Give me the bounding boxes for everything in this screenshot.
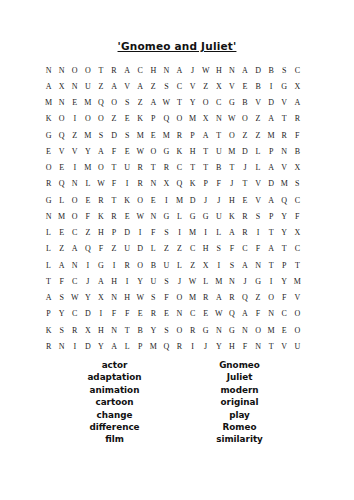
word-list-item: film (52, 433, 177, 445)
grid-cell-r1c17: D (252, 62, 265, 78)
grid-cell-r3c16: B (238, 95, 251, 111)
word-list-right-column: Gnomeo Juliet modern original play Romeo… (177, 359, 302, 446)
grid-cell-r12c16: C (238, 241, 251, 257)
grid-cell-r5c1: G (42, 127, 55, 143)
grid-cell-r7c16: J (238, 160, 251, 176)
grid-cell-r17c5: H (94, 322, 107, 338)
grid-cell-r11c17: I (252, 225, 265, 241)
grid-cell-r8c3: N (68, 176, 81, 192)
grid-cell-r18c20: U (291, 338, 304, 354)
grid-cell-r17c6: N (107, 322, 120, 338)
grid-cell-r6c18: P (265, 143, 278, 159)
grid-cell-r16c14: W (212, 306, 225, 322)
grid-cell-r4c6: Z (107, 111, 120, 127)
grid-cell-r15c3: W (68, 290, 81, 306)
grid-cell-r2c9: Z (147, 78, 160, 94)
grid-cell-r6c6: F (107, 143, 120, 159)
grid-cell-r18c14: Y (212, 338, 225, 354)
grid-cell-r12c7: U (121, 241, 134, 257)
word-list-item: adaptation (52, 371, 177, 383)
grid-cell-r10c11: L (173, 208, 186, 224)
grid-cell-r17c4: X (81, 322, 94, 338)
puzzle-title: 'Gnomeo and Juliet' (0, 40, 354, 52)
grid-cell-r16c4: D (81, 306, 94, 322)
grid-cell-r7c1: O (42, 160, 55, 176)
grid-cell-r16c11: N (173, 306, 186, 322)
grid-cell-r6c9: O (147, 143, 160, 159)
grid-cell-r16c2: Y (55, 306, 68, 322)
grid-cell-r11c9: F (147, 225, 160, 241)
grid-cell-r9c8: O (134, 192, 147, 208)
grid-cell-r1c10: N (160, 62, 173, 78)
grid-cell-r4c18: A (265, 111, 278, 127)
grid-cell-r1c3: O (68, 62, 81, 78)
grid-cell-r2c1: A (42, 78, 55, 94)
grid-cell-r11c5: H (94, 225, 107, 241)
grid-cell-r13c14: I (212, 257, 225, 273)
grid-cell-r15c19: F (278, 290, 291, 306)
grid-cell-r13c11: L (173, 257, 186, 273)
grid-cell-r6c7: E (121, 143, 134, 159)
grid-cell-r14c5: A (94, 273, 107, 289)
grid-cell-r8c11: Q (173, 176, 186, 192)
grid-cell-r1c9: H (147, 62, 160, 78)
grid-cell-r4c13: X (199, 111, 212, 127)
grid-cell-r18c11: R (173, 338, 186, 354)
grid-cell-r10c3: O (68, 208, 81, 224)
grid-cell-r7c8: R (134, 160, 147, 176)
grid-cell-r9c2: L (55, 192, 68, 208)
grid-cell-r1c7: A (121, 62, 134, 78)
grid-cell-r7c3: I (68, 160, 81, 176)
grid-cell-r10c13: G (199, 208, 212, 224)
grid-cell-r5c7: S (121, 127, 134, 143)
grid-cell-r14c17: G (252, 273, 265, 289)
grid-cell-r15c10: F (160, 290, 173, 306)
grid-cell-r13c17: N (252, 257, 265, 273)
grid-cell-r5c8: M (134, 127, 147, 143)
grid-cell-r14c6: H (107, 273, 120, 289)
grid-cell-r11c18: T (265, 225, 278, 241)
grid-cell-r14c18: I (265, 273, 278, 289)
grid-cell-r18c5: Y (94, 338, 107, 354)
grid-cell-r4c15: W (225, 111, 238, 127)
grid-cell-r9c10: I (160, 192, 173, 208)
grid-cell-r13c5: G (94, 257, 107, 273)
grid-cell-r18c12: I (186, 338, 199, 354)
grid-cell-r16c18: N (265, 306, 278, 322)
grid-cell-r18c8: P (134, 338, 147, 354)
grid-cell-r8c18: D (265, 176, 278, 192)
grid-cell-r10c20: F (291, 208, 304, 224)
grid-cell-r5c3: Z (68, 127, 81, 143)
grid-cell-r12c2: Z (55, 241, 68, 257)
grid-cell-r10c2: M (55, 208, 68, 224)
grid-cell-r8c12: K (186, 176, 199, 192)
grid-cell-r12c5: F (94, 241, 107, 257)
grid-cell-r18c7: L (121, 338, 134, 354)
grid-cell-r15c8: W (134, 290, 147, 306)
grid-cell-r6c17: L (252, 143, 265, 159)
grid-cell-r13c19: P (278, 257, 291, 273)
grid-cell-r18c10: Q (160, 338, 173, 354)
grid-cell-r9c15: H (225, 192, 238, 208)
grid-cell-r14c7: I (121, 273, 134, 289)
word-list-item: change (52, 409, 177, 421)
grid-cell-r11c20: X (291, 225, 304, 241)
grid-cell-r13c3: N (68, 257, 81, 273)
grid-cell-r1c20: C (291, 62, 304, 78)
grid-cell-r7c17: L (252, 160, 265, 176)
grid-cell-r16c3: C (68, 306, 81, 322)
grid-cell-r15c16: Q (238, 290, 251, 306)
grid-cell-r1c13: W (199, 62, 212, 78)
grid-cell-r10c18: P (265, 208, 278, 224)
grid-cell-r12c4: Q (81, 241, 94, 257)
grid-cell-r2c10: S (160, 78, 173, 94)
grid-cell-r2c6: A (107, 78, 120, 94)
grid-cell-r16c5: I (94, 306, 107, 322)
grid-cell-r9c6: T (107, 192, 120, 208)
grid-cell-r8c4: L (81, 176, 94, 192)
grid-cell-r15c2: S (55, 290, 68, 306)
grid-cell-r5c4: M (81, 127, 94, 143)
grid-cell-r8c1: R (42, 176, 55, 192)
grid-cell-r18c15: H (225, 338, 238, 354)
grid-cell-r4c16: O (238, 111, 251, 127)
grid-cell-r2c17: B (252, 78, 265, 94)
grid-cell-r18c18: T (265, 338, 278, 354)
grid-cell-r14c3: C (68, 273, 81, 289)
grid-cell-r6c8: W (134, 143, 147, 159)
grid-cell-r12c18: A (265, 241, 278, 257)
grid-cell-r16c13: E (199, 306, 212, 322)
grid-cell-r4c10: Q (160, 111, 173, 127)
grid-cell-r18c6: A (107, 338, 120, 354)
grid-cell-r7c20: X (291, 160, 304, 176)
grid-cell-r7c11: C (173, 160, 186, 176)
grid-cell-r13c4: I (81, 257, 94, 273)
grid-cell-r15c12: M (186, 290, 199, 306)
grid-cell-r13c1: L (42, 257, 55, 273)
grid-cell-r3c6: O (107, 95, 120, 111)
grid-cell-r3c8: Z (134, 95, 147, 111)
grid-cell-r1c2: N (55, 62, 68, 78)
grid-cell-r16c17: F (252, 306, 265, 322)
grid-cell-r11c4: Z (81, 225, 94, 241)
grid-cell-r7c4: M (81, 160, 94, 176)
grid-cell-r15c11: O (173, 290, 186, 306)
grid-cell-r7c5: O (94, 160, 107, 176)
grid-cell-r8c15: J (225, 176, 238, 192)
grid-cell-r6c19: N (278, 143, 291, 159)
grid-cell-r4c3: I (68, 111, 81, 127)
grid-cell-r5c17: Z (252, 127, 265, 143)
word-list-item: Gnomeo (177, 359, 302, 371)
grid-cell-r16c20: O (291, 306, 304, 322)
grid-cell-r14c16: J (238, 273, 251, 289)
grid-cell-r11c8: I (134, 225, 147, 241)
grid-cell-r14c2: F (55, 273, 68, 289)
grid-cell-r13c8: O (134, 257, 147, 273)
grid-cell-r5c2: Q (55, 127, 68, 143)
grid-cell-r12c10: Z (160, 241, 173, 257)
grid-cell-r12c9: L (147, 241, 160, 257)
grid-cell-r16c16: A (238, 306, 251, 322)
grid-cell-r9c19: Q (278, 192, 291, 208)
grid-cell-r1c8: C (134, 62, 147, 78)
grid-cell-r5c15: O (225, 127, 238, 143)
grid-cell-r14c11: J (173, 273, 186, 289)
grid-cell-r13c18: T (265, 257, 278, 273)
grid-cell-r18c13: J (199, 338, 212, 354)
grid-cell-r12c15: F (225, 241, 238, 257)
grid-cell-r12c12: C (186, 241, 199, 257)
grid-cell-r10c4: F (81, 208, 94, 224)
grid-cell-r1c19: S (278, 62, 291, 78)
grid-cell-r3c2: N (55, 95, 68, 111)
grid-cell-r3c1: M (42, 95, 55, 111)
grid-cell-r4c12: M (186, 111, 199, 127)
grid-cell-r11c1: L (42, 225, 55, 241)
grid-cell-r13c20: T (291, 257, 304, 273)
grid-cell-r9c4: E (81, 192, 94, 208)
grid-cell-r8c17: V (252, 176, 265, 192)
grid-cell-r10c19: Y (278, 208, 291, 224)
grid-cell-r3c18: D (265, 95, 278, 111)
grid-cell-r12c13: H (199, 241, 212, 257)
grid-cell-r18c16: F (238, 338, 251, 354)
grid-cell-r16c8: E (134, 306, 147, 322)
grid-cell-r10c5: K (94, 208, 107, 224)
grid-cell-r3c13: O (199, 95, 212, 111)
grid-cell-r5c18: M (265, 127, 278, 143)
word-list-item: original (177, 396, 302, 408)
grid-cell-r10c7: E (121, 208, 134, 224)
grid-cell-r2c14: X (212, 78, 225, 94)
grid-cell-r17c11: O (173, 322, 186, 338)
grid-cell-r11c12: M (186, 225, 199, 241)
grid-cell-r17c3: R (68, 322, 81, 338)
grid-cell-r5c6: D (107, 127, 120, 143)
grid-cell-r3c12: Y (186, 95, 199, 111)
grid-cell-r11c2: E (55, 225, 68, 241)
grid-cell-r16c7: F (121, 306, 134, 322)
grid-cell-r7c6: T (107, 160, 120, 176)
grid-cell-r2c2: X (55, 78, 68, 94)
grid-cell-r8c6: F (107, 176, 120, 192)
grid-cell-r15c14: A (212, 290, 225, 306)
word-list-left-column: actor adaptation animation cartoon chang… (52, 359, 177, 446)
grid-cell-r8c5: W (94, 176, 107, 192)
grid-cell-r6c10: G (160, 143, 173, 159)
grid-cell-r8c20: S (291, 176, 304, 192)
grid-cell-r2c7: V (121, 78, 134, 94)
grid-cell-r6c12: H (186, 143, 199, 159)
grid-cell-r2c13: Z (199, 78, 212, 94)
grid-cell-r9c3: O (68, 192, 81, 208)
word-list-item: Juliet (177, 371, 302, 383)
grid-cell-r9c5: R (94, 192, 107, 208)
grid-cell-r4c14: N (212, 111, 225, 127)
grid-cell-r12c3: A (68, 241, 81, 257)
grid-cell-r18c1: R (42, 338, 55, 354)
grid-cell-r11c7: D (121, 225, 134, 241)
grid-cell-r3c19: V (278, 95, 291, 111)
grid-cell-r17c7: T (121, 322, 134, 338)
grid-cell-r3c17: V (252, 95, 265, 111)
grid-cell-r17c10: S (160, 322, 173, 338)
grid-cell-r17c19: E (278, 322, 291, 338)
grid-cell-r12c20: C (291, 241, 304, 257)
grid-cell-r2c20: X (291, 78, 304, 94)
grid-cell-r4c8: K (134, 111, 147, 127)
grid-cell-r14c13: L (199, 273, 212, 289)
grid-cell-r7c9: T (147, 160, 160, 176)
grid-cell-r4c20: R (291, 111, 304, 127)
grid-cell-r4c5: O (94, 111, 107, 127)
grid-cell-r1c14: H (212, 62, 225, 78)
grid-cell-r9c1: G (42, 192, 55, 208)
grid-cell-r3c10: W (160, 95, 173, 111)
grid-cell-r17c17: O (252, 322, 265, 338)
grid-cell-r13c2: A (55, 257, 68, 273)
grid-cell-r2c12: V (186, 78, 199, 94)
word-search-grid: NNOOTRACHNAJWHNADBSCAXNUZAVAZSCVZXVEBIGX… (42, 62, 304, 355)
grid-cell-r14c15: N (225, 273, 238, 289)
grid-cell-r1c18: B (265, 62, 278, 78)
grid-cell-r5c19: R (278, 127, 291, 143)
grid-cell-r11c6: P (107, 225, 120, 241)
grid-cell-r6c5: A (94, 143, 107, 159)
grid-cell-r15c17: Z (252, 290, 265, 306)
grid-cell-r12c11: Z (173, 241, 186, 257)
grid-cell-r5c12: P (186, 127, 199, 143)
grid-cell-r17c15: G (225, 322, 238, 338)
grid-cell-r2c3: N (68, 78, 81, 94)
grid-cell-r3c9: A (147, 95, 160, 111)
grid-cell-r18c3: I (68, 338, 81, 354)
grid-cell-r12c1: L (42, 241, 55, 257)
grid-cell-r9c20: C (291, 192, 304, 208)
grid-cell-r1c16: A (238, 62, 251, 78)
grid-cell-r14c4: J (81, 273, 94, 289)
grid-cell-r5c14: T (212, 127, 225, 143)
word-list-item: Romeo (177, 421, 302, 433)
grid-cell-r1c6: R (107, 62, 120, 78)
grid-cell-r14c20: M (291, 273, 304, 289)
grid-cell-r5c16: Z (238, 127, 251, 143)
grid-cell-r10c6: R (107, 208, 120, 224)
grid-cell-r2c19: G (278, 78, 291, 94)
grid-cell-r11c13: I (199, 225, 212, 241)
grid-cell-r14c9: U (147, 273, 160, 289)
grid-cell-r12c19: T (278, 241, 291, 257)
word-list: actor adaptation animation cartoon chang… (52, 359, 302, 446)
grid-cell-r10c8: W (134, 208, 147, 224)
grid-cell-r8c7: I (121, 176, 134, 192)
grid-cell-r11c10: S (160, 225, 173, 241)
grid-cell-r6c16: D (238, 143, 251, 159)
grid-cell-r7c15: T (225, 160, 238, 176)
grid-cell-r1c1: N (42, 62, 55, 78)
worksheet-page: 'Gnomeo and Juliet' NNOOTRACHNAJWHNADBSC… (0, 0, 354, 500)
grid-cell-r16c10: E (160, 306, 173, 322)
grid-cell-r16c15: Q (225, 306, 238, 322)
word-list-item: modern (177, 384, 302, 396)
grid-cell-r17c12: R (186, 322, 199, 338)
grid-cell-r4c9: P (147, 111, 160, 127)
grid-cell-r10c9: N (147, 208, 160, 224)
grid-cell-r7c10: R (160, 160, 173, 176)
grid-cell-r3c7: S (121, 95, 134, 111)
grid-cell-r18c19: V (278, 338, 291, 354)
grid-cell-r3c4: M (81, 95, 94, 111)
grid-cell-r7c2: E (55, 160, 68, 176)
grid-cell-r15c7: H (121, 290, 134, 306)
grid-cell-r17c18: M (265, 322, 278, 338)
grid-cell-r12c14: S (212, 241, 225, 257)
grid-cell-r15c20: V (291, 290, 304, 306)
grid-cell-r13c7: R (121, 257, 134, 273)
grid-cell-r6c11: K (173, 143, 186, 159)
grid-cell-r6c4: Y (81, 143, 94, 159)
word-list-item: play (177, 409, 302, 421)
grid-cell-r10c15: K (225, 208, 238, 224)
grid-cell-r7c12: T (186, 160, 199, 176)
grid-cell-r17c16: N (238, 322, 251, 338)
grid-cell-r14c14: M (212, 273, 225, 289)
grid-cell-r10c17: S (252, 208, 265, 224)
grid-cell-r9c13: J (199, 192, 212, 208)
grid-cell-r12c17: F (252, 241, 265, 257)
grid-cell-r13c10: U (160, 257, 173, 273)
grid-cell-r1c4: O (81, 62, 94, 78)
grid-cell-r13c16: A (238, 257, 251, 273)
grid-cell-r8c10: X (160, 176, 173, 192)
grid-cell-r15c13: R (199, 290, 212, 306)
grid-cell-r2c5: Z (94, 78, 107, 94)
grid-cell-r18c2: N (55, 338, 68, 354)
grid-cell-r9c14: J (212, 192, 225, 208)
grid-cell-r7c19: V (278, 160, 291, 176)
grid-cell-r8c9: N (147, 176, 160, 192)
word-list-item: actor (52, 359, 177, 371)
grid-cell-r11c14: L (212, 225, 225, 241)
grid-cell-r5c9: E (147, 127, 160, 143)
grid-cell-r17c20: O (291, 322, 304, 338)
grid-cell-r9c9: E (147, 192, 160, 208)
grid-cell-r4c1: K (42, 111, 55, 127)
grid-cell-r9c11: M (173, 192, 186, 208)
grid-cell-r1c5: T (94, 62, 107, 78)
grid-cell-r3c3: E (68, 95, 81, 111)
grid-cell-r16c6: F (107, 306, 120, 322)
grid-cell-r4c17: Z (252, 111, 265, 127)
grid-cell-r4c19: T (278, 111, 291, 127)
grid-cell-r13c12: Z (186, 257, 199, 273)
grid-cell-r5c10: M (160, 127, 173, 143)
grid-cell-r18c17: N (252, 338, 265, 354)
grid-cell-r11c15: A (225, 225, 238, 241)
grid-cell-r15c18: O (265, 290, 278, 306)
grid-cell-r2c4: U (81, 78, 94, 94)
grid-cell-r18c4: D (81, 338, 94, 354)
grid-cell-r3c15: G (225, 95, 238, 111)
grid-cell-r15c1: A (42, 290, 55, 306)
grid-cell-r13c9: B (147, 257, 160, 273)
grid-cell-r10c12: G (186, 208, 199, 224)
